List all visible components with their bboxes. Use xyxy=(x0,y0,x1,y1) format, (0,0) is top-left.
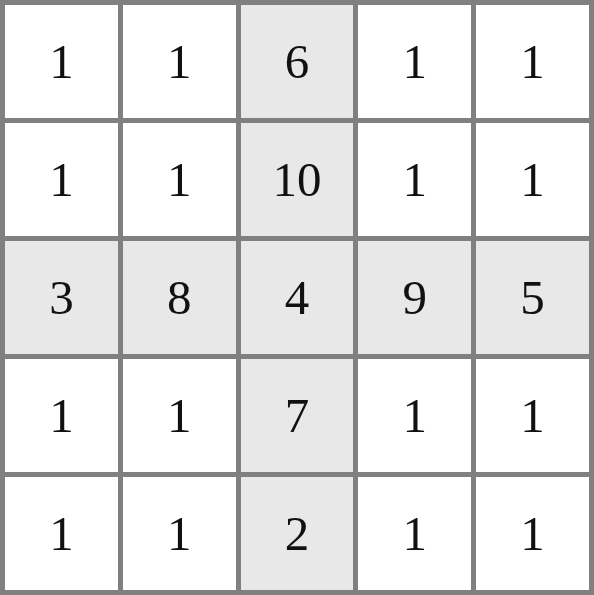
grid-cell-r5c5: 1 xyxy=(476,477,589,590)
grid-cell-r3c1: 3 xyxy=(5,241,118,354)
grid-cell-r5c3: 2 xyxy=(241,477,354,590)
grid-cell-r3c4: 9 xyxy=(358,241,471,354)
grid-cell-r1c2: 1 xyxy=(123,5,236,118)
grid-cell-r2c5: 1 xyxy=(476,123,589,236)
grid-cell-r3c3: 4 xyxy=(241,241,354,354)
grid-cell-r5c1: 1 xyxy=(5,477,118,590)
grid-cell-r1c5: 1 xyxy=(476,5,589,118)
grid-cell-r3c5: 5 xyxy=(476,241,589,354)
grid-cell-r3c2: 8 xyxy=(123,241,236,354)
grid-cell-r5c4: 1 xyxy=(358,477,471,590)
grid-cell-r1c4: 1 xyxy=(358,5,471,118)
grid-cell-r2c1: 1 xyxy=(5,123,118,236)
grid-cell-r4c5: 1 xyxy=(476,359,589,472)
grid-cell-r5c2: 1 xyxy=(123,477,236,590)
grid-cell-r2c4: 1 xyxy=(358,123,471,236)
grid-cell-r4c4: 1 xyxy=(358,359,471,472)
grid-cell-r4c2: 1 xyxy=(123,359,236,472)
grid-cell-r1c1: 1 xyxy=(5,5,118,118)
grid-cell-r2c3: 10 xyxy=(241,123,354,236)
grid-cell-r4c3: 7 xyxy=(241,359,354,472)
grid-cell-r4c1: 1 xyxy=(5,359,118,472)
grid-cell-r2c2: 1 xyxy=(123,123,236,236)
number-grid-board: 11611111011384951171111211 xyxy=(0,0,594,595)
grid-cell-r1c3: 6 xyxy=(241,5,354,118)
